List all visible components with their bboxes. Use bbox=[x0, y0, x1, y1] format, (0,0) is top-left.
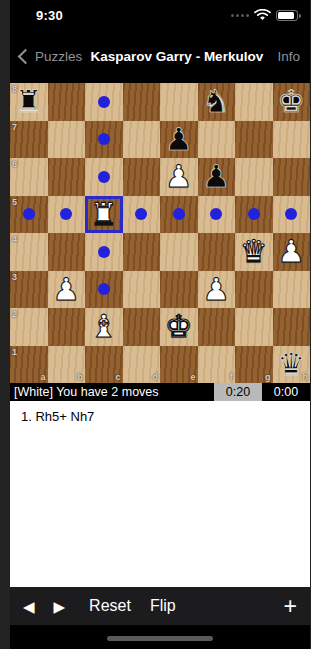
square-d2[interactable] bbox=[123, 308, 161, 346]
square-g7[interactable] bbox=[235, 121, 273, 159]
rank-label-2: 2 bbox=[12, 309, 17, 319]
square-f1[interactable]: f bbox=[198, 346, 236, 384]
piece-black-knight: ♞ bbox=[202, 86, 230, 117]
next-move-button[interactable]: ▶ bbox=[54, 599, 66, 614]
piece-white-rook: ♜ bbox=[90, 199, 118, 230]
square-e5[interactable] bbox=[160, 196, 198, 234]
file-label-e: e bbox=[190, 372, 195, 382]
status-icons bbox=[231, 9, 298, 21]
chess-board[interactable]: ♜8♞♚7♟6♟♟5♜4♛♟3♟♟2♝♚1abcdefg♛h bbox=[10, 83, 310, 383]
status-bar: 9:30 bbox=[10, 0, 310, 30]
back-button-puzzles[interactable]: Puzzles bbox=[20, 49, 82, 64]
legal-move-dot[interactable] bbox=[248, 208, 260, 220]
legal-move-dot[interactable] bbox=[23, 208, 35, 220]
square-d1[interactable]: d bbox=[123, 346, 161, 384]
file-label-b: b bbox=[78, 372, 84, 382]
square-c3[interactable] bbox=[85, 271, 123, 309]
square-g2[interactable] bbox=[235, 308, 273, 346]
piece-white-pawn: ♟ bbox=[202, 274, 230, 305]
rank-label-5: 5 bbox=[12, 197, 17, 207]
piece-white-king: ♚ bbox=[165, 311, 193, 342]
file-label-c: c bbox=[115, 372, 120, 382]
square-d7[interactable] bbox=[123, 121, 161, 159]
square-d6[interactable] bbox=[123, 158, 161, 196]
square-d5[interactable] bbox=[123, 196, 161, 234]
wifi-icon bbox=[254, 9, 271, 21]
square-c1[interactable]: c bbox=[85, 346, 123, 384]
square-b2[interactable] bbox=[48, 308, 86, 346]
square-f7[interactable] bbox=[198, 121, 236, 159]
square-e8[interactable] bbox=[160, 83, 198, 121]
add-button[interactable]: + bbox=[284, 595, 297, 618]
square-a6[interactable]: 6 bbox=[10, 158, 48, 196]
square-c2[interactable]: ♝ bbox=[85, 308, 123, 346]
square-h6[interactable] bbox=[273, 158, 311, 196]
chevron-left-icon bbox=[18, 49, 34, 65]
battery-icon bbox=[276, 10, 298, 21]
rank-label-3: 3 bbox=[12, 272, 17, 282]
nav-bar: Puzzles Kasparov Garry - Merkulov Info bbox=[10, 30, 310, 83]
rank-label-1: 1 bbox=[12, 347, 17, 357]
square-g1[interactable]: g bbox=[235, 346, 273, 384]
legal-move-dot[interactable] bbox=[98, 171, 110, 183]
square-b8[interactable] bbox=[48, 83, 86, 121]
flip-button[interactable]: Flip bbox=[150, 597, 176, 615]
piece-white-bishop: ♝ bbox=[90, 311, 118, 342]
square-d8[interactable] bbox=[123, 83, 161, 121]
square-f2[interactable] bbox=[198, 308, 236, 346]
square-c5[interactable]: ♜ bbox=[85, 196, 123, 234]
square-h5[interactable] bbox=[273, 196, 311, 234]
square-a3[interactable]: 3 bbox=[10, 271, 48, 309]
piece-white-pawn: ♟ bbox=[52, 274, 80, 305]
square-f3[interactable]: ♟ bbox=[198, 271, 236, 309]
page-title: Kasparov Garry - Merkulov bbox=[82, 49, 271, 64]
square-b4[interactable] bbox=[48, 233, 86, 271]
file-label-g: g bbox=[265, 372, 271, 382]
square-a8[interactable]: ♜8 bbox=[10, 83, 48, 121]
square-h1[interactable]: ♛h bbox=[273, 346, 311, 384]
square-c7[interactable] bbox=[85, 121, 123, 159]
square-b6[interactable] bbox=[48, 158, 86, 196]
square-c8[interactable] bbox=[85, 83, 123, 121]
app-screen: 9:30 Puzzles Kasparov Garry - Merkulov I… bbox=[10, 0, 310, 649]
file-label-a: a bbox=[40, 372, 45, 382]
square-g6[interactable] bbox=[235, 158, 273, 196]
square-h7[interactable] bbox=[273, 121, 311, 159]
square-h3[interactable] bbox=[273, 271, 311, 309]
piece-black-king: ♚ bbox=[277, 86, 305, 117]
square-c6[interactable] bbox=[85, 158, 123, 196]
square-a4[interactable]: 4 bbox=[10, 233, 48, 271]
reset-button[interactable]: Reset bbox=[89, 597, 131, 615]
back-button-label: Puzzles bbox=[35, 49, 82, 64]
square-f8[interactable]: ♞ bbox=[198, 83, 236, 121]
legal-move-dot[interactable] bbox=[98, 133, 110, 145]
square-g3[interactable] bbox=[235, 271, 273, 309]
piece-black-pawn: ♟ bbox=[202, 161, 230, 192]
square-g4[interactable]: ♛ bbox=[235, 233, 273, 271]
square-h8[interactable]: ♚ bbox=[273, 83, 311, 121]
rank-label-8: 8 bbox=[12, 84, 17, 94]
piece-white-pawn: ♟ bbox=[165, 161, 193, 192]
legal-move-dot[interactable] bbox=[210, 208, 222, 220]
home-indicator-area bbox=[10, 625, 310, 649]
black-clock: 0:00 bbox=[262, 383, 310, 401]
legal-move-dot[interactable] bbox=[98, 96, 110, 108]
file-label-h: h bbox=[303, 372, 309, 382]
white-clock: 0:20 bbox=[214, 383, 262, 401]
square-c4[interactable] bbox=[85, 233, 123, 271]
square-d4[interactable] bbox=[123, 233, 161, 271]
file-label-d: d bbox=[153, 372, 159, 382]
square-h4[interactable]: ♟ bbox=[273, 233, 311, 271]
square-f5[interactable] bbox=[198, 196, 236, 234]
square-e3[interactable] bbox=[160, 271, 198, 309]
square-e6[interactable]: ♟ bbox=[160, 158, 198, 196]
square-e7[interactable]: ♟ bbox=[160, 121, 198, 159]
piece-black-queen: ♛ bbox=[277, 349, 305, 380]
square-a1[interactable]: 1a bbox=[10, 346, 48, 384]
piece-white-queen: ♛ bbox=[240, 236, 268, 267]
square-g5[interactable] bbox=[235, 196, 273, 234]
turn-status-message: [White] You have 2 moves bbox=[10, 383, 214, 401]
square-d3[interactable] bbox=[123, 271, 161, 309]
square-e4[interactable] bbox=[160, 233, 198, 271]
square-b5[interactable] bbox=[48, 196, 86, 234]
info-button[interactable]: Info bbox=[277, 49, 300, 64]
move-list-line: 1. Rh5+ Nh7 bbox=[21, 409, 94, 424]
square-e1[interactable]: e bbox=[160, 346, 198, 384]
legal-move-dot[interactable] bbox=[285, 208, 297, 220]
clock-time: 9:30 bbox=[36, 8, 63, 23]
square-a2[interactable]: 2 bbox=[10, 308, 48, 346]
bottom-toolbar: ◀ ▶ Reset Flip + bbox=[10, 587, 310, 625]
cellular-signal-icon bbox=[231, 14, 249, 17]
piece-white-pawn: ♟ bbox=[277, 236, 305, 267]
square-e2[interactable]: ♚ bbox=[160, 308, 198, 346]
move-list[interactable]: 1. Rh5+ Nh7 bbox=[10, 401, 310, 587]
rank-label-6: 6 bbox=[12, 159, 17, 169]
game-status-bar: [White] You have 2 moves 0:20 0:00 bbox=[10, 383, 310, 401]
square-h2[interactable] bbox=[273, 308, 311, 346]
legal-move-dot[interactable] bbox=[98, 246, 110, 258]
square-a7[interactable]: 7 bbox=[10, 121, 48, 159]
square-f6[interactable]: ♟ bbox=[198, 158, 236, 196]
square-b1[interactable]: b bbox=[48, 346, 86, 384]
square-b7[interactable] bbox=[48, 121, 86, 159]
square-a5[interactable]: 5 bbox=[10, 196, 48, 234]
piece-black-pawn: ♟ bbox=[165, 124, 193, 155]
square-b3[interactable]: ♟ bbox=[48, 271, 86, 309]
square-g8[interactable] bbox=[235, 83, 273, 121]
legal-move-dot[interactable] bbox=[60, 208, 72, 220]
legal-move-dot[interactable] bbox=[135, 208, 147, 220]
home-indicator[interactable] bbox=[107, 636, 213, 641]
previous-move-button[interactable]: ◀ bbox=[23, 599, 35, 614]
rank-label-7: 7 bbox=[12, 122, 17, 132]
file-label-f: f bbox=[230, 372, 233, 382]
legal-move-dot[interactable] bbox=[98, 283, 110, 295]
square-f4[interactable] bbox=[198, 233, 236, 271]
rank-label-4: 4 bbox=[12, 234, 17, 244]
piece-black-rook: ♜ bbox=[15, 86, 43, 117]
legal-move-dot[interactable] bbox=[173, 208, 185, 220]
